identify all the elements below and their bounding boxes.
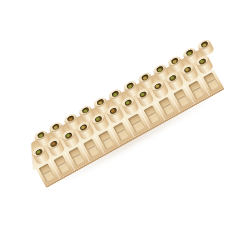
screw-head [125,100,130,105]
clamp-cage-edge [178,96,186,102]
screw-hole [155,66,164,74]
clamp-cage-edge [88,145,96,151]
screw-hole [168,74,177,82]
screw-head [38,133,43,138]
wire-entry-recess [203,72,220,91]
screw-hole [153,82,162,90]
screw-head [140,92,145,97]
clamp-cage-edge [43,170,51,176]
screw-hole [183,66,192,74]
screw-head [53,125,58,130]
screw-hole [138,90,147,98]
clamp-cage-edge [118,129,126,135]
clamp-cage-edge [103,137,111,143]
screw-hole [34,148,43,156]
screw-hole [108,107,117,115]
screw-hole [126,82,135,90]
terminal-block-strip [21,44,225,188]
screw-head [155,84,160,89]
screw-head [68,117,73,122]
screw-hole [200,41,209,49]
screw-hole [170,57,179,65]
clamp-cage-edge [148,112,156,118]
screw-hole [94,115,103,123]
screw-head [202,42,207,47]
screw-head [170,76,175,81]
product-photo-canvas [0,0,228,228]
clamp-cage-edge [208,79,216,85]
screw-hole [198,58,207,66]
screw-head [187,51,192,56]
clamp-cage-edge [73,154,81,160]
screw-head [95,117,100,122]
clamp-cage-edge [163,104,171,110]
screw-head [172,59,177,64]
screw-head [112,92,117,97]
screw-head [110,109,115,114]
screw-head [199,59,204,64]
screw-head [36,150,41,155]
screw-hole [185,49,194,57]
screw-hole [123,99,132,107]
screw-head [157,67,162,72]
screw-hole [51,123,60,131]
screw-hole [111,90,120,98]
clamp-cage-edge [193,87,201,93]
screw-hole [140,74,149,82]
screw-head [142,75,147,80]
screw-head [83,108,88,113]
screw-head [98,100,103,105]
screw-hole [96,99,105,107]
screw-head [127,84,132,89]
screw-head [66,133,71,138]
screw-hole [49,140,58,148]
clamp-cage-edge [133,121,141,127]
screw-hole [81,107,90,115]
screw-hole [64,132,73,140]
screw-head [185,67,190,72]
clamp-cage-edge [58,162,66,168]
screw-hole [36,132,45,140]
screw-hole [66,115,75,123]
screw-head [80,125,85,130]
screw-hole [79,123,88,131]
screw-head [51,142,56,147]
